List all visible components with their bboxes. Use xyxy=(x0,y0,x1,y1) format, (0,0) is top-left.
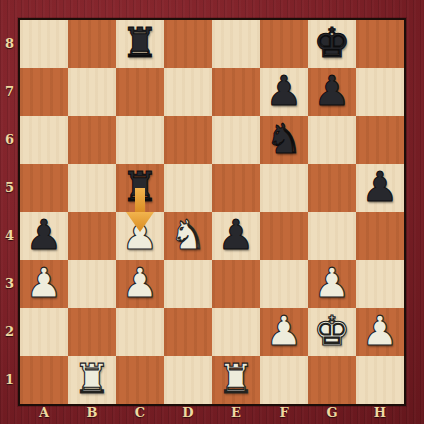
square-e1[interactable]: ♜ xyxy=(212,356,260,404)
square-g8[interactable]: ♚ xyxy=(308,20,356,68)
square-d1[interactable] xyxy=(164,356,212,404)
square-d4[interactable]: ♞ xyxy=(164,212,212,260)
square-f2[interactable]: ♟ xyxy=(260,308,308,356)
piece-white-pawn-g3[interactable]: ♟ xyxy=(308,260,356,308)
square-g5[interactable] xyxy=(308,164,356,212)
square-f7[interactable]: ♟ xyxy=(260,68,308,116)
chess-board: ♜♚♟♟♞♜♟♟♟♞♟♟♟♟♟♚♟♜♜ xyxy=(20,20,404,404)
square-c8[interactable]: ♜ xyxy=(116,20,164,68)
piece-black-pawn-a4[interactable]: ♟ xyxy=(20,212,68,260)
rank-label-8: 8 xyxy=(0,20,19,68)
rank-labels: 87654321 xyxy=(0,20,19,404)
square-c7[interactable] xyxy=(116,68,164,116)
square-a6[interactable] xyxy=(20,116,68,164)
square-b6[interactable] xyxy=(68,116,116,164)
rank-label-1: 1 xyxy=(0,356,19,404)
file-label-f: F xyxy=(260,403,308,424)
square-f1[interactable] xyxy=(260,356,308,404)
square-f8[interactable] xyxy=(260,20,308,68)
file-label-e: E xyxy=(212,403,260,424)
square-g6[interactable] xyxy=(308,116,356,164)
square-c5[interactable]: ♜ xyxy=(116,164,164,212)
piece-white-king-g2[interactable]: ♚ xyxy=(308,308,356,356)
chess-board-frame: ♜♚♟♟♞♜♟♟♟♞♟♟♟♟♟♚♟♜♜ 87654321 ABCDEFGH xyxy=(0,0,424,424)
square-h4[interactable] xyxy=(356,212,404,260)
square-f6[interactable]: ♞ xyxy=(260,116,308,164)
square-d7[interactable] xyxy=(164,68,212,116)
square-a7[interactable] xyxy=(20,68,68,116)
square-b5[interactable] xyxy=(68,164,116,212)
square-a8[interactable] xyxy=(20,20,68,68)
square-f5[interactable] xyxy=(260,164,308,212)
square-b1[interactable]: ♜ xyxy=(68,356,116,404)
square-d2[interactable] xyxy=(164,308,212,356)
square-a4[interactable]: ♟ xyxy=(20,212,68,260)
square-d6[interactable] xyxy=(164,116,212,164)
file-label-h: H xyxy=(356,403,404,424)
square-h5[interactable]: ♟ xyxy=(356,164,404,212)
rank-label-3: 3 xyxy=(0,260,19,308)
square-g7[interactable]: ♟ xyxy=(308,68,356,116)
square-d8[interactable] xyxy=(164,20,212,68)
square-e7[interactable] xyxy=(212,68,260,116)
square-g3[interactable]: ♟ xyxy=(308,260,356,308)
file-label-d: D xyxy=(164,403,212,424)
square-h8[interactable] xyxy=(356,20,404,68)
square-h3[interactable] xyxy=(356,260,404,308)
square-e4[interactable]: ♟ xyxy=(212,212,260,260)
piece-black-king-g8[interactable]: ♚ xyxy=(308,20,356,68)
square-h7[interactable] xyxy=(356,68,404,116)
piece-black-knight-f6[interactable]: ♞ xyxy=(260,116,308,164)
piece-white-pawn-c4[interactable]: ♟ xyxy=(116,212,164,260)
rank-label-7: 7 xyxy=(0,68,19,116)
rank-label-6: 6 xyxy=(0,116,19,164)
square-e3[interactable] xyxy=(212,260,260,308)
piece-white-rook-e1[interactable]: ♜ xyxy=(212,356,260,404)
square-g2[interactable]: ♚ xyxy=(308,308,356,356)
file-labels: ABCDEFGH xyxy=(20,403,404,424)
square-b8[interactable] xyxy=(68,20,116,68)
square-e6[interactable] xyxy=(212,116,260,164)
piece-black-pawn-g7[interactable]: ♟ xyxy=(308,68,356,116)
square-g4[interactable] xyxy=(308,212,356,260)
square-e8[interactable] xyxy=(212,20,260,68)
square-h2[interactable]: ♟ xyxy=(356,308,404,356)
square-h1[interactable] xyxy=(356,356,404,404)
square-a2[interactable] xyxy=(20,308,68,356)
piece-black-rook-c8[interactable]: ♜ xyxy=(116,20,164,68)
square-h6[interactable] xyxy=(356,116,404,164)
piece-white-pawn-a3[interactable]: ♟ xyxy=(20,260,68,308)
file-label-a: A xyxy=(20,403,68,424)
file-label-g: G xyxy=(308,403,356,424)
piece-white-pawn-c3[interactable]: ♟ xyxy=(116,260,164,308)
square-b7[interactable] xyxy=(68,68,116,116)
piece-black-pawn-h5[interactable]: ♟ xyxy=(356,164,404,212)
square-b3[interactable] xyxy=(68,260,116,308)
rank-label-4: 4 xyxy=(0,212,19,260)
square-c4[interactable]: ♟ xyxy=(116,212,164,260)
square-f4[interactable] xyxy=(260,212,308,260)
piece-black-pawn-f7[interactable]: ♟ xyxy=(260,68,308,116)
square-e2[interactable] xyxy=(212,308,260,356)
square-c1[interactable] xyxy=(116,356,164,404)
rank-label-2: 2 xyxy=(0,308,19,356)
square-c2[interactable] xyxy=(116,308,164,356)
square-c6[interactable] xyxy=(116,116,164,164)
file-label-c: C xyxy=(116,403,164,424)
piece-white-knight-d4[interactable]: ♞ xyxy=(164,212,212,260)
square-g1[interactable] xyxy=(308,356,356,404)
piece-white-rook-b1[interactable]: ♜ xyxy=(68,356,116,404)
file-label-b: B xyxy=(68,403,116,424)
square-f3[interactable] xyxy=(260,260,308,308)
square-d3[interactable] xyxy=(164,260,212,308)
square-d5[interactable] xyxy=(164,164,212,212)
square-b2[interactable] xyxy=(68,308,116,356)
piece-white-pawn-h2[interactable]: ♟ xyxy=(356,308,404,356)
square-a5[interactable] xyxy=(20,164,68,212)
square-a1[interactable] xyxy=(20,356,68,404)
rank-label-5: 5 xyxy=(0,164,19,212)
piece-white-pawn-f2[interactable]: ♟ xyxy=(260,308,308,356)
square-a3[interactable]: ♟ xyxy=(20,260,68,308)
square-b4[interactable] xyxy=(68,212,116,260)
square-c3[interactable]: ♟ xyxy=(116,260,164,308)
piece-black-rook-c5[interactable]: ♜ xyxy=(116,164,164,212)
square-e5[interactable] xyxy=(212,164,260,212)
piece-black-pawn-e4[interactable]: ♟ xyxy=(212,212,260,260)
